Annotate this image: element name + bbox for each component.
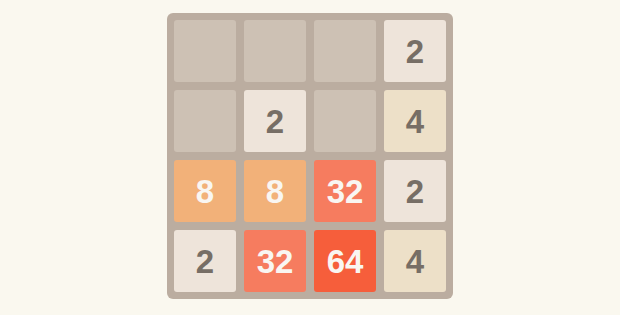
tile-2-r0c3: 2 [384,20,446,82]
tile-4-r3c3: 4 [384,230,446,292]
board-2048[interactable]: 22488322232644 [167,13,453,299]
empty-cell-r0c0 [174,20,236,82]
page-background: 22488322232644 [0,0,620,315]
tile-32-r2c2: 32 [314,160,376,222]
tile-2-r1c1: 2 [244,90,306,152]
tile-2-r2c3: 2 [384,160,446,222]
tile-4-r1c3: 4 [384,90,446,152]
tile-32-r3c1: 32 [244,230,306,292]
tile-2-r3c0: 2 [174,230,236,292]
empty-cell-r1c2 [314,90,376,152]
empty-cell-r0c2 [314,20,376,82]
empty-cell-r0c1 [244,20,306,82]
tile-8-r2c0: 8 [174,160,236,222]
tile-8-r2c1: 8 [244,160,306,222]
tile-64-r3c2: 64 [314,230,376,292]
empty-cell-r1c0 [174,90,236,152]
